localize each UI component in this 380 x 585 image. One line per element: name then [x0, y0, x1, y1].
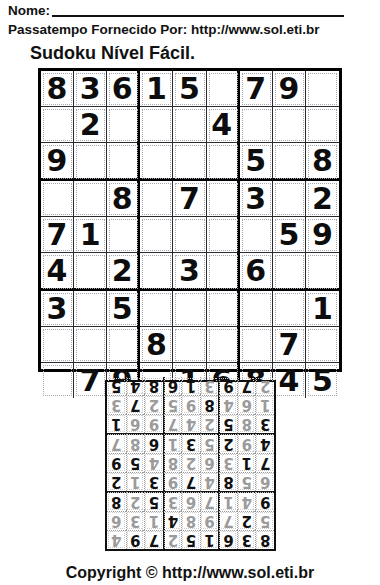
puzzle-cell-r6c6 [207, 253, 240, 291]
solution-cell-r2c8: 3 [125, 511, 144, 530]
puzzle-cell-r4c8 [273, 181, 306, 217]
solution-cell-r8c1: 1 [255, 395, 274, 414]
solution-cell-r6c1: 4 [255, 433, 274, 453]
puzzle-cell-r5c7 [240, 217, 273, 253]
solution-cell-r1c3: 6 [218, 530, 237, 549]
puzzle-cell-r2c4 [140, 107, 173, 143]
solution-cell-r5c1: 7 [255, 453, 274, 472]
solution-cell-r1c5: 5 [181, 530, 200, 549]
solution-cell-r5c4: 6 [199, 453, 218, 472]
solution-cell-r8c3: 4 [218, 395, 237, 414]
puzzle-cell-r2c8 [273, 107, 306, 143]
solution-cell-r8c2: 6 [236, 395, 255, 414]
solution-cell-r9c7: 8 [144, 377, 163, 395]
solution-cell-r7c6: 7 [162, 414, 181, 433]
puzzle-cell-r6c8 [273, 253, 306, 291]
solution-cell-r9c4: 3 [199, 377, 218, 395]
solution-cell-r3c4: 7 [199, 491, 218, 511]
puzzle-cell-r5c4 [140, 217, 173, 253]
puzzle-cell-r8c4: 8 [140, 327, 173, 363]
solution-cell-r1c6: 2 [162, 530, 181, 549]
puzzle-cell-r4c4 [140, 181, 173, 217]
puzzle-cell-r1c6 [207, 71, 240, 107]
provider-line: Passatempo Fornecido Por: http://www.sol… [8, 22, 372, 37]
puzzle-cell-r6c2 [74, 253, 107, 291]
puzzle-cell-r5c8: 5 [273, 217, 306, 253]
sudoku-solution-grid-rotated: 8361527945279841369417635286584793127136… [105, 380, 276, 551]
solution-cell-r2c5: 8 [181, 511, 200, 530]
solution-cell-r8c5: 9 [181, 395, 200, 414]
puzzle-cell-r3c9: 8 [306, 143, 339, 181]
solution-cell-r2c3: 7 [218, 511, 237, 530]
solution-cell-r3c7: 5 [144, 491, 163, 511]
solution-cell-r8c6: 5 [162, 395, 181, 414]
solution-cell-r3c9: 8 [107, 491, 126, 511]
solution-cell-r4c7: 3 [144, 472, 163, 491]
solution-cell-r9c3: 9 [218, 377, 237, 395]
solution-cell-r4c3: 8 [218, 472, 237, 491]
solution-cell-r1c9: 4 [107, 530, 126, 549]
puzzle-cell-r7c9: 1 [306, 291, 339, 327]
puzzle-cell-r2c9 [306, 107, 339, 143]
solution-cell-r1c2: 3 [236, 530, 255, 549]
worksheet-page: Nome: Passatempo Fornecido Por: http://w… [0, 0, 380, 585]
puzzle-cell-r9c8: 4 [273, 363, 306, 398]
puzzle-cell-r7c8 [273, 291, 306, 327]
solution-cell-r2c7: 1 [144, 511, 163, 530]
page-header: Nome: Passatempo Fornecido Por: http://w… [0, 0, 380, 63]
solution-cell-r6c5: 3 [181, 433, 200, 453]
puzzle-cell-r2c5 [173, 107, 206, 143]
solution-cell-r2c2: 2 [236, 511, 255, 530]
puzzle-cell-r3c4 [140, 143, 173, 181]
puzzle-cell-r5c6 [207, 217, 240, 253]
puzzle-cell-r3c1: 9 [41, 143, 74, 181]
puzzle-cell-r3c7: 5 [240, 143, 273, 181]
solution-cell-r4c2: 5 [236, 472, 255, 491]
solution-cell-r3c8: 2 [125, 491, 144, 511]
puzzle-cell-r4c2 [74, 181, 107, 217]
solution-cell-r5c8: 5 [125, 453, 144, 472]
puzzle-cell-r6c1: 4 [41, 253, 74, 291]
puzzle-cell-r5c9: 9 [306, 217, 339, 253]
puzzle-cell-r8c8: 7 [273, 327, 306, 363]
puzzle-cell-r3c8 [273, 143, 306, 181]
puzzle-cell-r6c4 [140, 253, 173, 291]
puzzle-cell-r8c6 [207, 327, 240, 363]
solution-cell-r3c3: 1 [218, 491, 237, 511]
solution-cell-r4c4: 4 [199, 472, 218, 491]
puzzle-cell-r1c3: 6 [107, 71, 140, 107]
solution-cell-r9c8: 4 [125, 377, 144, 395]
puzzle-cell-r3c2 [74, 143, 107, 181]
solution-cell-r1c8: 9 [125, 530, 144, 549]
puzzle-cell-r4c7: 3 [240, 181, 273, 217]
puzzle-cell-r5c5 [173, 217, 206, 253]
puzzle-cell-r2c2: 2 [74, 107, 107, 143]
page-title: Sudoku Nível Fácil. [30, 44, 372, 63]
puzzle-cell-r4c6 [207, 181, 240, 217]
solution-cell-r5c3: 3 [218, 453, 237, 472]
solution-cell-r5c5: 2 [181, 453, 200, 472]
puzzle-cell-r3c5 [173, 143, 206, 181]
puzzle-cell-r4c1 [41, 181, 74, 217]
solution-cell-r4c6: 9 [162, 472, 181, 491]
solution-cell-r6c7: 6 [144, 433, 163, 453]
puzzle-cell-r5c2: 1 [74, 217, 107, 253]
solution-cell-r8c4: 8 [199, 395, 218, 414]
puzzle-cell-r1c1: 8 [41, 71, 74, 107]
solution-cell-r9c6: 6 [162, 377, 181, 395]
puzzle-cell-r6c9 [306, 253, 339, 291]
solution-cell-r6c3: 2 [218, 433, 237, 453]
solution-cell-r7c5: 4 [181, 414, 200, 433]
copyright-line: Copyright © http://www.sol.eti.br [0, 564, 380, 581]
solution-cell-r4c9: 2 [107, 472, 126, 491]
puzzle-cell-r1c2: 3 [74, 71, 107, 107]
puzzle-cell-r2c1 [41, 107, 74, 143]
solution-cell-r9c1: 2 [255, 377, 274, 395]
solution-cell-r2c4: 9 [199, 511, 218, 530]
puzzle-cell-r6c7: 6 [240, 253, 273, 291]
solution-cell-r6c6: 1 [162, 433, 181, 453]
solution-cell-r7c3: 5 [218, 414, 237, 433]
puzzle-cell-r6c5: 3 [173, 253, 206, 291]
solution-cell-r7c8: 6 [125, 414, 144, 433]
solution-cell-r9c5: 1 [181, 377, 200, 395]
puzzle-cell-r2c3 [107, 107, 140, 143]
puzzle-cell-r5c1: 7 [41, 217, 74, 253]
solution-cell-r8c9: 3 [107, 395, 126, 414]
solution-cell-r6c4: 5 [199, 433, 218, 453]
solution-cell-r2c1: 5 [255, 511, 274, 530]
puzzle-cell-r3c3 [107, 143, 140, 181]
puzzle-cell-r5c3 [107, 217, 140, 253]
solution-cell-r7c7: 9 [144, 414, 163, 433]
solution-cell-r3c6: 3 [162, 491, 181, 511]
puzzle-cell-r4c3: 8 [107, 181, 140, 217]
puzzle-cell-r2c7 [240, 107, 273, 143]
puzzle-cell-r6c3: 2 [107, 253, 140, 291]
puzzle-cell-r8c2 [74, 327, 107, 363]
solution-cell-r8c8: 7 [125, 395, 144, 414]
name-line: Nome: [8, 3, 372, 18]
puzzle-cell-r1c9 [306, 71, 339, 107]
puzzle-cell-r9c9: 5 [306, 363, 339, 398]
puzzle-cell-r4c5: 7 [173, 181, 206, 217]
solution-cell-r6c9: 7 [107, 433, 126, 453]
solution-cell-r5c7: 4 [144, 453, 163, 472]
puzzle-cell-r7c1: 3 [41, 291, 74, 327]
puzzle-cell-r8c9 [306, 327, 339, 363]
solution-cell-r9c2: 7 [236, 377, 255, 395]
solution-cell-r6c8: 8 [125, 433, 144, 453]
solution-cell-r5c9: 9 [107, 453, 126, 472]
solution-cell-r3c5: 6 [181, 491, 200, 511]
solution-cell-r3c1: 9 [255, 491, 274, 511]
puzzle-cell-r8c7 [240, 327, 273, 363]
puzzle-cell-r1c7: 7 [240, 71, 273, 107]
name-blank-underline [52, 3, 344, 17]
puzzle-cell-r8c5 [173, 327, 206, 363]
puzzle-cell-r3c6 [207, 143, 240, 181]
puzzle-cell-r7c5 [173, 291, 206, 327]
puzzle-cell-r8c3 [107, 327, 140, 363]
puzzle-cell-r8c1 [41, 327, 74, 363]
puzzle-cell-r9c1 [41, 363, 74, 398]
solution-cell-r6c2: 9 [236, 433, 255, 453]
puzzle-cell-r1c5: 5 [173, 71, 206, 107]
solution-cell-r1c1: 8 [255, 530, 274, 549]
puzzle-cell-r9c2: 7 [74, 363, 107, 398]
solution-cell-r2c6: 4 [162, 511, 181, 530]
solution-cell-r8c7: 2 [144, 395, 163, 414]
puzzle-cell-r7c4 [140, 291, 173, 327]
puzzle-cell-r1c8: 9 [273, 71, 306, 107]
sudoku-puzzle-grid: 836157924958873271594236351877916845 [38, 68, 342, 372]
solution-cell-r4c1: 6 [255, 472, 274, 491]
puzzle-cell-r2c6: 4 [207, 107, 240, 143]
name-label: Nome: [8, 3, 50, 18]
puzzle-cell-r1c4: 1 [140, 71, 173, 107]
solution-cell-r7c9: 1 [107, 414, 126, 433]
puzzle-cell-r7c6 [207, 291, 240, 327]
solution-cell-r4c8: 1 [125, 472, 144, 491]
solution-cell-r9c9: 5 [107, 377, 126, 395]
solution-cell-r7c4: 2 [199, 414, 218, 433]
puzzle-cell-r7c2 [74, 291, 107, 327]
solution-cell-r1c4: 1 [199, 530, 218, 549]
solution-cell-r1c7: 7 [144, 530, 163, 549]
puzzle-cell-r7c3: 5 [107, 291, 140, 327]
solution-cell-r4c5: 7 [181, 472, 200, 491]
puzzle-cell-r4c9: 2 [306, 181, 339, 217]
solution-cell-r2c9: 6 [107, 511, 126, 530]
solution-cell-r7c2: 8 [236, 414, 255, 433]
solution-cell-r3c2: 4 [236, 491, 255, 511]
solution-cell-r5c6: 8 [162, 453, 181, 472]
solution-cell-r5c2: 1 [236, 453, 255, 472]
solution-cell-r7c1: 3 [255, 414, 274, 433]
puzzle-cell-r7c7 [240, 291, 273, 327]
